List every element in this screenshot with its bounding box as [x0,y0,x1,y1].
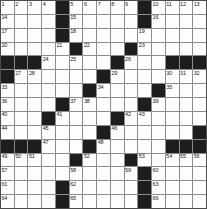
clue-number-38: 38 [84,98,90,104]
clue-number-29: 29 [111,70,117,76]
black-cell-r9c4 [42,112,55,125]
white-cell-r13c7[interactable] [83,167,96,180]
white-cell-r12c11[interactable]: 53 [138,154,151,167]
white-cell-r14c8[interactable] [97,181,110,194]
clue-number-60: 60 [153,167,159,173]
white-cell-r2c9[interactable] [111,15,124,28]
clue-number-8: 8 [111,1,114,7]
white-cell-r2c10[interactable] [125,15,138,28]
clue-number-61: 61 [2,181,8,187]
black-cell-r7c7 [83,84,96,97]
black-cell-r3c5 [56,29,69,42]
white-cell-r14c15[interactable] [193,181,206,194]
clue-number-19: 19 [139,29,145,35]
white-cell-r3c12[interactable] [152,29,165,42]
clue-number-25: 25 [70,56,76,62]
white-cell-r5c5[interactable] [56,56,69,69]
clue-number-14: 14 [2,15,8,21]
black-cell-r11c2 [15,140,28,153]
white-cell-r9c1[interactable]: 40 [1,112,14,125]
white-cell-r9c12[interactable] [152,112,165,125]
white-cell-r3c8[interactable] [97,29,110,42]
white-cell-r3c9[interactable] [111,29,124,42]
white-cell-r5c7[interactable] [83,56,96,69]
white-cell-r3c6[interactable]: 18 [70,29,83,42]
white-cell-r15c15[interactable] [193,195,206,208]
white-cell-r15c14[interactable] [180,195,193,208]
white-cell-r10c1[interactable]: 44 [1,126,14,139]
white-cell-r1c6[interactable]: 5 [70,1,83,14]
clue-number-20: 20 [2,43,8,49]
white-cell-r4c1[interactable]: 20 [1,43,14,56]
white-cell-r4c14[interactable] [180,43,193,56]
clue-number-30: 30 [166,70,172,76]
white-cell-r14c6[interactable]: 62 [70,181,83,194]
white-cell-r2c15[interactable] [193,15,206,28]
white-cell-r10c10[interactable] [125,126,138,139]
white-cell-r7c6[interactable] [70,84,83,97]
white-cell-r13c10[interactable]: 59 [125,167,138,180]
clue-number-21: 21 [56,43,62,49]
clue-number-2: 2 [15,1,18,7]
clue-number-4: 4 [43,1,46,7]
white-cell-r8c1[interactable]: 36 [1,98,14,111]
white-cell-r8c6[interactable]: 37 [70,98,83,111]
white-cell-r6c6[interactable] [70,70,83,83]
clue-number-22: 22 [84,43,90,49]
white-cell-r10c4[interactable]: 45 [42,126,55,139]
black-cell-r5c14 [180,56,193,69]
white-cell-r2c8[interactable] [97,15,110,28]
clue-number-64: 64 [2,195,8,201]
clue-number-9: 9 [125,1,128,7]
clue-number-6: 6 [84,1,87,7]
white-cell-r12c13[interactable]: 54 [166,154,179,167]
black-cell-r2c5 [56,15,69,28]
black-cell-r11c14 [180,140,193,153]
white-cell-r9c2[interactable] [15,112,28,125]
white-cell-r2c7[interactable] [83,15,96,28]
clue-number-50: 50 [15,154,21,160]
white-cell-r15c10[interactable] [125,195,138,208]
clue-number-12: 12 [180,1,186,7]
white-cell-r15c4[interactable] [42,195,55,208]
white-cell-r14c1[interactable]: 61 [1,181,14,194]
white-cell-r3c10[interactable] [125,29,138,42]
white-cell-r13c5[interactable] [56,167,69,180]
white-cell-r1c14[interactable]: 12 [180,1,193,14]
white-cell-r4c12[interactable] [152,43,165,56]
white-cell-r3c7[interactable] [83,29,96,42]
white-cell-r4c5[interactable]: 21 [56,43,69,56]
white-cell-r9c7[interactable] [83,112,96,125]
white-cell-r14c10[interactable] [125,181,138,194]
white-cell-r10c14[interactable] [180,126,193,139]
clue-number-11: 11 [166,1,171,7]
white-cell-r9c13[interactable] [166,112,179,125]
clue-number-16: 16 [153,15,159,21]
white-cell-r13c9[interactable] [111,167,124,180]
white-cell-r10c7[interactable] [83,126,96,139]
white-cell-r6c14[interactable]: 31 [180,70,193,83]
black-cell-r1c5 [56,1,69,14]
white-cell-r14c2[interactable] [15,181,28,194]
black-cell-r5c9 [111,56,124,69]
white-cell-r8c2[interactable] [15,98,28,111]
white-cell-r14c9[interactable] [111,181,124,194]
white-cell-r13c6[interactable]: 58 [70,167,83,180]
white-cell-r11c10[interactable] [125,140,138,153]
white-cell-r13c2[interactable] [15,167,28,180]
black-cell-r6c1 [1,70,14,83]
white-cell-r7c10[interactable] [125,84,138,97]
white-cell-r12c5[interactable] [56,154,69,167]
white-cell-r7c13[interactable]: 35 [166,84,179,97]
black-cell-r5c1 [1,56,14,69]
white-cell-r14c14[interactable] [180,181,193,194]
black-cell-r9c9 [111,112,124,125]
white-cell-r13c1[interactable]: 57 [1,167,14,180]
black-cell-r10c15 [193,126,206,139]
white-cell-r10c12[interactable] [152,126,165,139]
white-cell-r11c12[interactable] [152,140,165,153]
white-cell-r6c10[interactable] [125,70,138,83]
white-cell-r12c4[interactable] [42,154,55,167]
clue-number-37: 37 [70,98,76,104]
white-cell-r14c7[interactable] [83,181,96,194]
white-cell-r2c2[interactable] [15,15,28,28]
white-cell-r14c4[interactable] [42,181,55,194]
white-cell-r4c9[interactable] [111,43,124,56]
clue-number-31: 31 [180,70,186,76]
black-cell-r11c15 [193,140,206,153]
white-cell-r10c2[interactable] [15,126,28,139]
white-cell-r5c8[interactable] [97,56,110,69]
white-cell-r13c3[interactable] [28,167,41,180]
clue-number-7: 7 [98,1,101,7]
white-cell-r1c9[interactable]: 8 [111,1,124,14]
white-cell-r13c15[interactable] [193,167,206,180]
white-cell-r11c5[interactable] [56,140,69,153]
white-cell-r6c2[interactable]: 27 [15,70,28,83]
white-cell-r1c3[interactable]: 3 [28,1,41,14]
white-cell-r7c11[interactable] [138,84,151,97]
clue-number-44: 44 [2,126,8,132]
white-cell-r7c1[interactable]: 33 [1,84,14,97]
white-cell-r7c2[interactable] [15,84,28,97]
white-cell-r11c8[interactable]: 48 [97,140,110,153]
clue-number-5: 5 [70,1,73,7]
clue-number-13: 13 [194,1,200,7]
white-cell-r12c8[interactable] [97,154,110,167]
clue-number-18: 18 [70,29,76,35]
white-cell-r11c11[interactable] [138,140,151,153]
black-cell-r4c10 [125,43,138,56]
clue-number-55: 55 [180,154,186,160]
white-cell-r13c12[interactable]: 60 [152,167,165,180]
clue-number-53: 53 [139,154,145,160]
black-cell-r11c3 [28,140,41,153]
white-cell-r1c7[interactable]: 6 [83,1,96,14]
white-cell-r1c2[interactable]: 2 [15,1,28,14]
white-cell-r10c3[interactable] [28,126,41,139]
white-cell-r15c3[interactable] [28,195,41,208]
white-cell-r9c15[interactable] [193,112,206,125]
clue-number-57: 57 [2,167,8,173]
white-cell-r12c1[interactable]: 49 [1,154,14,167]
white-cell-r6c12[interactable] [152,70,165,83]
clue-number-46: 46 [111,126,117,132]
white-cell-r13c4[interactable] [42,167,55,180]
crossword-puzzle: 1234567891011121314151617181920212223242… [0,0,207,209]
white-cell-r11c4[interactable]: 47 [42,140,55,153]
clue-number-58: 58 [70,167,76,173]
black-cell-r5c2 [15,56,28,69]
clue-number-33: 33 [2,84,8,90]
black-cell-r4c6 [70,43,83,56]
white-cell-r12c3[interactable]: 51 [28,154,41,167]
white-cell-r12c9[interactable] [111,154,124,167]
white-cell-r8c14[interactable] [180,98,193,111]
white-cell-r9c3[interactable] [28,112,41,125]
clue-number-59: 59 [125,167,131,173]
white-cell-r1c12[interactable]: 10 [152,1,165,14]
clue-number-17: 17 [2,29,8,35]
white-cell-r4c3[interactable] [28,43,41,56]
white-cell-r14c13[interactable] [166,181,179,194]
clue-number-41: 41 [56,112,62,118]
clue-number-36: 36 [2,98,8,104]
black-cell-r14c11 [138,181,151,194]
white-cell-r4c11[interactable]: 23 [138,43,151,56]
white-cell-r10c5[interactable] [56,126,69,139]
white-cell-r9c6[interactable] [70,112,83,125]
white-cell-r10c11[interactable] [138,126,151,139]
white-cell-r7c9[interactable] [111,84,124,97]
white-cell-r6c5[interactable] [56,70,69,83]
white-cell-r9c5[interactable]: 41 [56,112,69,125]
white-cell-r12c15[interactable]: 56 [193,154,206,167]
clue-number-26: 26 [125,56,131,62]
white-cell-r8c10[interactable] [125,98,138,111]
white-cell-r15c7[interactable] [83,195,96,208]
clue-number-48: 48 [98,140,104,146]
white-cell-r8c15[interactable] [193,98,206,111]
white-cell-r10c9[interactable]: 46 [111,126,124,139]
clue-number-42: 42 [125,112,131,118]
clue-number-23: 23 [139,43,145,49]
clue-number-45: 45 [43,126,49,132]
clue-number-27: 27 [15,70,21,76]
black-cell-r8c11 [138,98,151,111]
white-cell-r6c4[interactable] [42,70,55,83]
white-cell-r14c12[interactable]: 63 [152,181,165,194]
clue-number-47: 47 [43,140,49,146]
white-cell-r12c12[interactable] [152,154,165,167]
white-cell-r12c7[interactable]: 52 [83,154,96,167]
black-cell-r13c11 [138,167,151,180]
white-cell-r9c10[interactable]: 42 [125,112,138,125]
white-cell-r4c7[interactable]: 22 [83,43,96,56]
white-cell-r6c11[interactable] [138,70,151,83]
white-cell-r6c3[interactable]: 28 [28,70,41,83]
white-cell-r2c6[interactable]: 15 [70,15,83,28]
clue-number-28: 28 [29,70,35,76]
black-cell-r14c5 [56,181,69,194]
white-cell-r7c4[interactable] [42,84,55,97]
white-cell-r3c15[interactable] [193,29,206,42]
white-cell-r13c14[interactable] [180,167,193,180]
white-cell-r3c3[interactable] [28,29,41,42]
clue-number-52: 52 [84,154,90,160]
black-cell-r1c11 [138,1,151,14]
white-cell-r1c4[interactable]: 4 [42,1,55,14]
white-cell-r2c3[interactable] [28,15,41,28]
white-cell-r9c8[interactable] [97,112,110,125]
white-cell-r10c13[interactable] [166,126,179,139]
white-cell-r4c15[interactable] [193,43,206,56]
white-cell-r4c2[interactable] [15,43,28,56]
white-cell-r2c1[interactable]: 14 [1,15,14,28]
clue-number-1: 1 [2,1,5,7]
white-cell-r11c6[interactable] [70,140,83,153]
white-cell-r5c12[interactable] [152,56,165,69]
white-cell-r13c8[interactable] [97,167,110,180]
white-cell-r7c15[interactable] [193,84,206,97]
black-cell-r12c6 [70,154,83,167]
white-cell-r11c9[interactable] [111,140,124,153]
clue-number-3: 3 [29,1,32,7]
white-cell-r7c8[interactable]: 34 [97,84,110,97]
white-cell-r5c6[interactable]: 25 [70,56,83,69]
black-cell-r15c11 [138,195,151,208]
white-cell-r6c7[interactable] [83,70,96,83]
white-cell-r2c4[interactable] [42,15,55,28]
black-cell-r11c1 [1,140,14,153]
white-cell-r1c1[interactable]: 1 [1,1,14,14]
white-cell-r5c11[interactable] [138,56,151,69]
clue-number-10: 10 [153,1,159,7]
black-cell-r5c3 [28,56,41,69]
white-cell-r9c11[interactable]: 43 [138,112,151,125]
white-cell-r2c13[interactable] [166,15,179,28]
white-cell-r8c9[interactable] [111,98,124,111]
white-cell-r8c12[interactable]: 39 [152,98,165,111]
white-cell-r8c3[interactable] [28,98,41,111]
white-cell-r8c8[interactable] [97,98,110,111]
white-cell-r6c13[interactable]: 30 [166,70,179,83]
clue-number-66: 66 [153,195,159,201]
clue-number-43: 43 [139,112,145,118]
white-cell-r4c8[interactable] [97,43,110,56]
black-cell-r11c13 [166,140,179,153]
white-cell-r15c9[interactable] [111,195,124,208]
white-cell-r5c4[interactable]: 24 [42,56,55,69]
white-cell-r12c14[interactable]: 55 [180,154,193,167]
black-cell-r15c5 [56,195,69,208]
black-cell-r5c13 [166,56,179,69]
white-cell-r6c9[interactable]: 29 [111,70,124,83]
white-cell-r7c3[interactable] [28,84,41,97]
clue-number-49: 49 [2,154,8,160]
white-cell-r3c1[interactable]: 17 [1,29,14,42]
black-cell-r2c11 [138,15,151,28]
clue-number-39: 39 [153,98,159,104]
white-cell-r10c6[interactable] [70,126,83,139]
white-cell-r15c1[interactable]: 64 [1,195,14,208]
white-cell-r4c4[interactable] [42,43,55,56]
white-cell-r2c12[interactable]: 16 [152,15,165,28]
clue-number-63: 63 [153,181,159,187]
clue-number-34: 34 [98,84,104,90]
black-cell-r8c5 [56,98,69,111]
clue-number-35: 35 [166,84,172,90]
clue-number-56: 56 [194,154,200,160]
white-cell-r13c13[interactable] [166,167,179,180]
white-cell-r3c4[interactable] [42,29,55,42]
white-cell-r3c13[interactable] [166,29,179,42]
clue-number-62: 62 [70,181,76,187]
white-cell-r3c11[interactable]: 19 [138,29,151,42]
clue-number-15: 15 [70,15,76,21]
white-cell-r15c12[interactable]: 66 [152,195,165,208]
clue-number-51: 51 [29,154,35,160]
white-cell-r7c14[interactable] [180,84,193,97]
white-cell-r8c13[interactable] [166,98,179,111]
white-cell-r8c7[interactable]: 38 [83,98,96,111]
white-cell-r1c10[interactable]: 9 [125,1,138,14]
clue-number-32: 32 [194,70,200,76]
white-cell-r6c15[interactable]: 32 [193,70,206,83]
white-cell-r12c2[interactable]: 50 [15,154,28,167]
clue-number-65: 65 [70,195,76,201]
black-cell-r7c12 [152,84,165,97]
white-cell-r4c13[interactable] [166,43,179,56]
white-cell-r3c14[interactable] [180,29,193,42]
black-cell-r10c8 [97,126,110,139]
white-cell-r1c13[interactable]: 11 [166,1,179,14]
white-cell-r7c5[interactable] [56,84,69,97]
clue-number-54: 54 [166,154,172,160]
white-cell-r9c14[interactable] [180,112,193,125]
white-cell-r14c3[interactable] [28,181,41,194]
white-cell-r15c8[interactable] [97,195,110,208]
white-cell-r8c4[interactable] [42,98,55,111]
clue-number-40: 40 [2,112,8,118]
black-cell-r6c8 [97,70,110,83]
white-cell-r2c14[interactable] [180,15,193,28]
white-cell-r3c2[interactable] [15,29,28,42]
white-cell-r5c10[interactable]: 26 [125,56,138,69]
clue-number-24: 24 [43,56,49,62]
white-cell-r1c15[interactable]: 13 [193,1,206,14]
black-cell-r12c10 [125,154,138,167]
black-cell-r11c7 [83,140,96,153]
white-cell-r15c6[interactable]: 65 [70,195,83,208]
black-cell-r5c15 [193,56,206,69]
white-cell-r15c13[interactable] [166,195,179,208]
crossword-grid: 1234567891011121314151617181920212223242… [0,0,207,209]
white-cell-r15c2[interactable] [15,195,28,208]
white-cell-r1c8[interactable]: 7 [97,1,110,14]
